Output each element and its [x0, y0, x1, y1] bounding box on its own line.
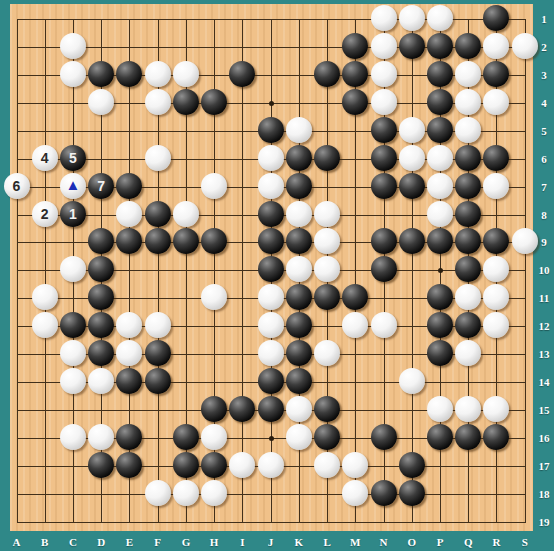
intersection-I18[interactable]: [228, 480, 256, 508]
intersection-J12[interactable]: [257, 312, 285, 340]
intersection-E7[interactable]: [115, 173, 143, 201]
intersection-L2[interactable]: [313, 33, 341, 61]
intersection-A11[interactable]: [3, 284, 31, 312]
intersection-Q14[interactable]: [454, 368, 482, 396]
intersection-G5[interactable]: [172, 117, 200, 145]
intersection-I9[interactable]: [228, 228, 256, 256]
intersection-L10[interactable]: [313, 256, 341, 284]
intersection-K2[interactable]: [285, 33, 313, 61]
intersection-A1[interactable]: [3, 5, 31, 33]
intersection-S6[interactable]: [511, 145, 539, 173]
intersection-D6[interactable]: [87, 145, 115, 173]
intersection-A12[interactable]: [3, 312, 31, 340]
intersection-H3[interactable]: [200, 61, 228, 89]
intersection-O1[interactable]: [398, 5, 426, 33]
intersection-N18[interactable]: [370, 480, 398, 508]
intersection-S8[interactable]: [511, 201, 539, 229]
intersection-O8[interactable]: [398, 201, 426, 229]
intersection-P18[interactable]: [426, 480, 454, 508]
intersection-H18[interactable]: [200, 480, 228, 508]
intersection-O7[interactable]: [398, 173, 426, 201]
intersection-P2[interactable]: [426, 33, 454, 61]
intersection-I7[interactable]: [228, 173, 256, 201]
intersection-C1[interactable]: [59, 5, 87, 33]
intersection-J8[interactable]: [257, 201, 285, 229]
intersection-L6[interactable]: [313, 145, 341, 173]
intersection-N2[interactable]: [370, 33, 398, 61]
intersection-H11[interactable]: [200, 284, 228, 312]
intersection-L3[interactable]: [313, 61, 341, 89]
intersection-B14[interactable]: [31, 368, 59, 396]
intersection-R18[interactable]: [482, 480, 510, 508]
intersection-B15[interactable]: [31, 396, 59, 424]
intersection-N11[interactable]: [370, 284, 398, 312]
intersection-M17[interactable]: [341, 452, 369, 480]
intersection-M16[interactable]: [341, 424, 369, 452]
intersection-C9[interactable]: [59, 228, 87, 256]
intersection-H10[interactable]: [200, 256, 228, 284]
intersection-N7[interactable]: [370, 173, 398, 201]
intersection-S18[interactable]: [511, 480, 539, 508]
intersection-Q3[interactable]: [454, 61, 482, 89]
intersection-L5[interactable]: [313, 117, 341, 145]
intersection-Q10[interactable]: [454, 256, 482, 284]
intersection-F8[interactable]: [144, 201, 172, 229]
intersection-E4[interactable]: [115, 89, 143, 117]
intersection-J1[interactable]: [257, 5, 285, 33]
intersection-L13[interactable]: [313, 340, 341, 368]
intersection-J3[interactable]: [257, 61, 285, 89]
intersection-K9[interactable]: [285, 228, 313, 256]
intersection-S15[interactable]: [511, 396, 539, 424]
intersection-B2[interactable]: [31, 33, 59, 61]
intersection-Q16[interactable]: [454, 424, 482, 452]
intersection-F2[interactable]: [144, 33, 172, 61]
intersection-L15[interactable]: [313, 396, 341, 424]
intersection-P15[interactable]: [426, 396, 454, 424]
intersection-Q7[interactable]: [454, 173, 482, 201]
intersection-R6[interactable]: [482, 145, 510, 173]
intersection-C15[interactable]: [59, 396, 87, 424]
intersection-I14[interactable]: [228, 368, 256, 396]
intersection-A2[interactable]: [3, 33, 31, 61]
intersection-P16[interactable]: [426, 424, 454, 452]
intersection-A13[interactable]: [3, 340, 31, 368]
intersection-B18[interactable]: [31, 480, 59, 508]
intersection-P13[interactable]: [426, 340, 454, 368]
intersection-S19[interactable]: [511, 508, 539, 536]
intersection-C2[interactable]: [59, 33, 87, 61]
intersection-N3[interactable]: [370, 61, 398, 89]
intersection-E2[interactable]: [115, 33, 143, 61]
intersection-G19[interactable]: [172, 508, 200, 536]
intersection-K11[interactable]: [285, 284, 313, 312]
intersection-N5[interactable]: [370, 117, 398, 145]
intersection-E5[interactable]: [115, 117, 143, 145]
intersection-G7[interactable]: [172, 173, 200, 201]
intersection-C10[interactable]: [59, 256, 87, 284]
intersection-I2[interactable]: [228, 33, 256, 61]
intersection-N17[interactable]: [370, 452, 398, 480]
intersection-M6[interactable]: [341, 145, 369, 173]
intersection-J10[interactable]: [257, 256, 285, 284]
intersection-C11[interactable]: [59, 284, 87, 312]
intersection-L9[interactable]: [313, 228, 341, 256]
intersection-S14[interactable]: [511, 368, 539, 396]
intersection-J13[interactable]: [257, 340, 285, 368]
intersection-O10[interactable]: [398, 256, 426, 284]
intersection-A7[interactable]: 6: [3, 173, 31, 201]
intersection-I19[interactable]: [228, 508, 256, 536]
intersection-R12[interactable]: [482, 312, 510, 340]
intersection-E17[interactable]: [115, 452, 143, 480]
intersection-D1[interactable]: [87, 5, 115, 33]
intersection-Q19[interactable]: [454, 508, 482, 536]
intersection-S10[interactable]: [511, 256, 539, 284]
intersection-P19[interactable]: [426, 508, 454, 536]
intersection-D17[interactable]: [87, 452, 115, 480]
intersection-E16[interactable]: [115, 424, 143, 452]
intersection-C5[interactable]: [59, 117, 87, 145]
intersection-M3[interactable]: [341, 61, 369, 89]
intersection-R7[interactable]: [482, 173, 510, 201]
intersection-K16[interactable]: [285, 424, 313, 452]
intersection-C12[interactable]: [59, 312, 87, 340]
intersection-D14[interactable]: [87, 368, 115, 396]
intersection-F10[interactable]: [144, 256, 172, 284]
intersection-G4[interactable]: [172, 89, 200, 117]
intersection-D10[interactable]: [87, 256, 115, 284]
intersection-Q5[interactable]: [454, 117, 482, 145]
intersection-M18[interactable]: [341, 480, 369, 508]
intersection-D3[interactable]: [87, 61, 115, 89]
intersection-F5[interactable]: [144, 117, 172, 145]
intersection-D16[interactable]: [87, 424, 115, 452]
intersection-N13[interactable]: [370, 340, 398, 368]
intersection-F3[interactable]: [144, 61, 172, 89]
intersection-E12[interactable]: [115, 312, 143, 340]
intersection-A4[interactable]: [3, 89, 31, 117]
intersection-J5[interactable]: [257, 117, 285, 145]
intersection-B19[interactable]: [31, 508, 59, 536]
intersection-F9[interactable]: [144, 228, 172, 256]
intersection-A17[interactable]: [3, 452, 31, 480]
intersection-O19[interactable]: [398, 508, 426, 536]
intersection-I8[interactable]: [228, 201, 256, 229]
intersection-H2[interactable]: [200, 33, 228, 61]
intersection-R5[interactable]: [482, 117, 510, 145]
intersection-N12[interactable]: [370, 312, 398, 340]
intersection-R16[interactable]: [482, 424, 510, 452]
intersection-P10[interactable]: [426, 256, 454, 284]
intersection-P11[interactable]: [426, 284, 454, 312]
intersection-F18[interactable]: [144, 480, 172, 508]
intersection-O4[interactable]: [398, 89, 426, 117]
intersection-R15[interactable]: [482, 396, 510, 424]
intersection-B8[interactable]: 2: [31, 201, 59, 229]
intersection-I17[interactable]: [228, 452, 256, 480]
intersection-K1[interactable]: [285, 5, 313, 33]
intersection-I5[interactable]: [228, 117, 256, 145]
intersection-K15[interactable]: [285, 396, 313, 424]
intersection-K13[interactable]: [285, 340, 313, 368]
intersection-F11[interactable]: [144, 284, 172, 312]
intersection-O13[interactable]: [398, 340, 426, 368]
intersection-P7[interactable]: [426, 173, 454, 201]
intersection-S11[interactable]: [511, 284, 539, 312]
intersection-K14[interactable]: [285, 368, 313, 396]
intersection-G8[interactable]: [172, 201, 200, 229]
intersection-G13[interactable]: [172, 340, 200, 368]
intersection-B16[interactable]: [31, 424, 59, 452]
intersection-E15[interactable]: [115, 396, 143, 424]
intersection-K12[interactable]: [285, 312, 313, 340]
intersection-C18[interactable]: [59, 480, 87, 508]
intersection-L16[interactable]: [313, 424, 341, 452]
intersection-K18[interactable]: [285, 480, 313, 508]
intersection-A10[interactable]: [3, 256, 31, 284]
intersection-Q2[interactable]: [454, 33, 482, 61]
intersection-C7[interactable]: ▲: [59, 173, 87, 201]
intersection-M13[interactable]: [341, 340, 369, 368]
intersection-D19[interactable]: [87, 508, 115, 536]
intersection-B11[interactable]: [31, 284, 59, 312]
intersection-C4[interactable]: [59, 89, 87, 117]
intersection-E11[interactable]: [115, 284, 143, 312]
intersection-B3[interactable]: [31, 61, 59, 89]
intersection-R13[interactable]: [482, 340, 510, 368]
intersection-R11[interactable]: [482, 284, 510, 312]
intersection-H12[interactable]: [200, 312, 228, 340]
intersection-S1[interactable]: [511, 5, 539, 33]
intersection-I1[interactable]: [228, 5, 256, 33]
intersection-L19[interactable]: [313, 508, 341, 536]
intersection-H1[interactable]: [200, 5, 228, 33]
intersection-O3[interactable]: [398, 61, 426, 89]
intersection-A15[interactable]: [3, 396, 31, 424]
intersection-E1[interactable]: [115, 5, 143, 33]
intersection-Q18[interactable]: [454, 480, 482, 508]
intersection-O18[interactable]: [398, 480, 426, 508]
intersection-K4[interactable]: [285, 89, 313, 117]
intersection-S13[interactable]: [511, 340, 539, 368]
intersection-Q12[interactable]: [454, 312, 482, 340]
intersection-K5[interactable]: [285, 117, 313, 145]
intersection-Q17[interactable]: [454, 452, 482, 480]
intersection-B17[interactable]: [31, 452, 59, 480]
intersection-O9[interactable]: [398, 228, 426, 256]
intersection-N4[interactable]: [370, 89, 398, 117]
intersection-M7[interactable]: [341, 173, 369, 201]
intersection-J16[interactable]: [257, 424, 285, 452]
intersection-H14[interactable]: [200, 368, 228, 396]
intersection-A18[interactable]: [3, 480, 31, 508]
intersection-C6[interactable]: 5: [59, 145, 87, 173]
intersection-D11[interactable]: [87, 284, 115, 312]
intersection-I11[interactable]: [228, 284, 256, 312]
intersection-O16[interactable]: [398, 424, 426, 452]
intersection-A16[interactable]: [3, 424, 31, 452]
intersection-H9[interactable]: [200, 228, 228, 256]
intersection-K7[interactable]: [285, 173, 313, 201]
intersection-R1[interactable]: [482, 5, 510, 33]
intersection-D8[interactable]: [87, 201, 115, 229]
intersection-S9[interactable]: [511, 228, 539, 256]
intersection-P14[interactable]: [426, 368, 454, 396]
intersection-J4[interactable]: [257, 89, 285, 117]
intersection-I16[interactable]: [228, 424, 256, 452]
intersection-I3[interactable]: [228, 61, 256, 89]
intersection-C14[interactable]: [59, 368, 87, 396]
intersection-B7[interactable]: [31, 173, 59, 201]
intersection-H16[interactable]: [200, 424, 228, 452]
intersection-E3[interactable]: [115, 61, 143, 89]
intersection-Q6[interactable]: [454, 145, 482, 173]
intersection-G15[interactable]: [172, 396, 200, 424]
intersection-I6[interactable]: [228, 145, 256, 173]
intersection-E18[interactable]: [115, 480, 143, 508]
intersection-N1[interactable]: [370, 5, 398, 33]
intersection-F17[interactable]: [144, 452, 172, 480]
intersection-K3[interactable]: [285, 61, 313, 89]
intersection-E8[interactable]: [115, 201, 143, 229]
intersection-E19[interactable]: [115, 508, 143, 536]
intersection-G10[interactable]: [172, 256, 200, 284]
intersection-F6[interactable]: [144, 145, 172, 173]
intersection-M15[interactable]: [341, 396, 369, 424]
intersection-N15[interactable]: [370, 396, 398, 424]
intersection-N8[interactable]: [370, 201, 398, 229]
intersection-N6[interactable]: [370, 145, 398, 173]
intersection-P17[interactable]: [426, 452, 454, 480]
intersection-O14[interactable]: [398, 368, 426, 396]
intersection-D7[interactable]: 7: [87, 173, 115, 201]
intersection-D9[interactable]: [87, 228, 115, 256]
intersection-M11[interactable]: [341, 284, 369, 312]
intersection-C16[interactable]: [59, 424, 87, 452]
intersection-Q9[interactable]: [454, 228, 482, 256]
intersection-H19[interactable]: [200, 508, 228, 536]
intersection-F13[interactable]: [144, 340, 172, 368]
intersection-M1[interactable]: [341, 5, 369, 33]
intersection-C13[interactable]: [59, 340, 87, 368]
intersection-N10[interactable]: [370, 256, 398, 284]
intersection-H13[interactable]: [200, 340, 228, 368]
intersection-E6[interactable]: [115, 145, 143, 173]
intersection-L12[interactable]: [313, 312, 341, 340]
intersection-P3[interactable]: [426, 61, 454, 89]
intersection-J7[interactable]: [257, 173, 285, 201]
intersection-P1[interactable]: [426, 5, 454, 33]
intersection-S12[interactable]: [511, 312, 539, 340]
intersection-K6[interactable]: [285, 145, 313, 173]
intersection-J18[interactable]: [257, 480, 285, 508]
intersection-A3[interactable]: [3, 61, 31, 89]
intersection-J15[interactable]: [257, 396, 285, 424]
intersection-B10[interactable]: [31, 256, 59, 284]
intersection-R4[interactable]: [482, 89, 510, 117]
intersection-F14[interactable]: [144, 368, 172, 396]
intersection-J9[interactable]: [257, 228, 285, 256]
intersection-H17[interactable]: [200, 452, 228, 480]
intersection-N14[interactable]: [370, 368, 398, 396]
intersection-L1[interactable]: [313, 5, 341, 33]
intersection-K19[interactable]: [285, 508, 313, 536]
intersection-E13[interactable]: [115, 340, 143, 368]
intersection-E14[interactable]: [115, 368, 143, 396]
intersection-R2[interactable]: [482, 33, 510, 61]
intersection-M5[interactable]: [341, 117, 369, 145]
intersection-A19[interactable]: [3, 508, 31, 536]
intersection-G18[interactable]: [172, 480, 200, 508]
intersection-H7[interactable]: [200, 173, 228, 201]
intersection-C3[interactable]: [59, 61, 87, 89]
intersection-F12[interactable]: [144, 312, 172, 340]
intersection-D15[interactable]: [87, 396, 115, 424]
intersection-R19[interactable]: [482, 508, 510, 536]
intersection-R17[interactable]: [482, 452, 510, 480]
intersection-N16[interactable]: [370, 424, 398, 452]
intersection-F4[interactable]: [144, 89, 172, 117]
intersection-N19[interactable]: [370, 508, 398, 536]
intersection-P12[interactable]: [426, 312, 454, 340]
intersection-G1[interactable]: [172, 5, 200, 33]
intersection-M2[interactable]: [341, 33, 369, 61]
intersection-K10[interactable]: [285, 256, 313, 284]
intersection-G12[interactable]: [172, 312, 200, 340]
intersection-D12[interactable]: [87, 312, 115, 340]
intersection-M4[interactable]: [341, 89, 369, 117]
intersection-L4[interactable]: [313, 89, 341, 117]
intersection-D5[interactable]: [87, 117, 115, 145]
intersection-O15[interactable]: [398, 396, 426, 424]
intersection-P8[interactable]: [426, 201, 454, 229]
intersection-M10[interactable]: [341, 256, 369, 284]
intersection-C17[interactable]: [59, 452, 87, 480]
intersection-O2[interactable]: [398, 33, 426, 61]
intersection-J2[interactable]: [257, 33, 285, 61]
intersection-G6[interactable]: [172, 145, 200, 173]
intersection-G11[interactable]: [172, 284, 200, 312]
intersection-M8[interactable]: [341, 201, 369, 229]
intersection-L11[interactable]: [313, 284, 341, 312]
intersection-H8[interactable]: [200, 201, 228, 229]
intersection-G3[interactable]: [172, 61, 200, 89]
intersection-I13[interactable]: [228, 340, 256, 368]
intersection-L14[interactable]: [313, 368, 341, 396]
intersection-F7[interactable]: [144, 173, 172, 201]
intersection-S17[interactable]: [511, 452, 539, 480]
intersection-I15[interactable]: [228, 396, 256, 424]
intersection-C19[interactable]: [59, 508, 87, 536]
intersection-A14[interactable]: [3, 368, 31, 396]
intersection-M12[interactable]: [341, 312, 369, 340]
intersection-F1[interactable]: [144, 5, 172, 33]
intersection-I10[interactable]: [228, 256, 256, 284]
intersection-H5[interactable]: [200, 117, 228, 145]
intersection-O17[interactable]: [398, 452, 426, 480]
intersection-L7[interactable]: [313, 173, 341, 201]
intersection-S4[interactable]: [511, 89, 539, 117]
intersection-G16[interactable]: [172, 424, 200, 452]
intersection-D4[interactable]: [87, 89, 115, 117]
intersection-O6[interactable]: [398, 145, 426, 173]
intersection-I4[interactable]: [228, 89, 256, 117]
intersection-K17[interactable]: [285, 452, 313, 480]
intersection-P6[interactable]: [426, 145, 454, 173]
intersection-B1[interactable]: [31, 5, 59, 33]
intersection-L18[interactable]: [313, 480, 341, 508]
